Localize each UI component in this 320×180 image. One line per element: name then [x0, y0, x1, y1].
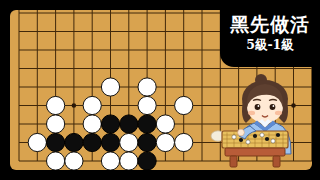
title-box: 黑先做活 5級-1級 — [220, 0, 320, 67]
stone-white — [101, 78, 119, 96]
stone-white — [101, 152, 119, 170]
stone-black — [138, 115, 156, 133]
stone-black — [101, 115, 119, 133]
stone-white — [156, 133, 174, 151]
boy-eye-left — [255, 104, 261, 110]
stone-white — [138, 96, 156, 114]
puzzle-rank: 5級-1級 — [246, 39, 294, 52]
stone-white — [120, 152, 138, 170]
stone-white — [138, 78, 156, 96]
boy-hand — [238, 129, 245, 136]
boy-illustration — [210, 70, 310, 170]
stone-white — [47, 152, 65, 170]
stone-white — [175, 133, 193, 151]
stone-white — [83, 115, 101, 133]
star-point — [72, 103, 77, 108]
mini-goban — [222, 131, 288, 167]
stone-black — [138, 152, 156, 170]
thumbnail-canvas: 黑先做活 5級-1級 — [0, 0, 320, 180]
stone-black — [120, 115, 138, 133]
stone-white — [83, 96, 101, 114]
puzzle-title: 黑先做活 — [230, 15, 310, 34]
stone-black — [65, 133, 83, 151]
stone-white — [120, 133, 138, 151]
stone-white — [175, 96, 193, 114]
stone-white — [47, 115, 65, 133]
stone-white — [156, 115, 174, 133]
boy-eye-right — [270, 104, 276, 110]
stone-white — [47, 96, 65, 114]
stone-black — [83, 133, 101, 151]
stone-black — [101, 133, 119, 151]
stone-black — [47, 133, 65, 151]
stone-black — [138, 133, 156, 151]
stone-white — [65, 152, 83, 170]
stone-white — [28, 133, 46, 151]
